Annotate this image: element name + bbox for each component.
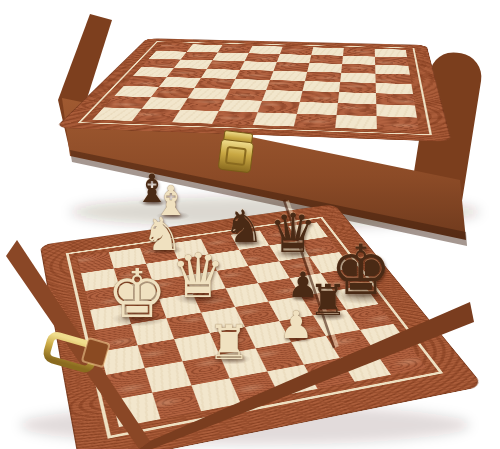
light-square [376,83,413,94]
dark-square [304,358,355,389]
chess-set-product-photo: ♝♝♞♞♛♚♛♟♜♚♟♜ [0,0,500,449]
light-square [313,310,360,336]
dark-square [152,385,201,419]
closed-box-lid [55,38,452,142]
light-square [340,351,391,381]
light-square [100,345,144,375]
dark-square [230,371,280,403]
light-square [291,336,340,365]
dark-square [151,87,195,99]
dark-square [339,82,376,93]
dark-square [326,330,375,358]
dark-square [95,324,138,352]
light-square [376,104,417,117]
dark-square [132,109,180,123]
dark-square [182,355,229,386]
light-square [114,86,159,98]
dark-square [305,72,341,82]
lid-checkerboard [55,38,452,142]
dark-square [138,339,183,368]
dark-square [294,114,337,128]
light-square [253,112,297,126]
light-square [174,333,219,361]
dark-square [375,74,411,85]
dark-square [212,111,257,125]
dark-square [106,368,152,400]
light-square [159,77,201,88]
lid-grid [93,44,420,131]
dark-square [180,98,225,111]
light-square [188,88,231,100]
black-bishop-c8: ♝ [135,169,170,208]
light-square [335,115,377,129]
dark-square [124,76,167,87]
light-square [93,107,142,121]
light-square [131,318,174,345]
dark-square [225,89,267,101]
light-square [267,365,317,397]
light-square [219,348,267,378]
dark-square [258,101,300,114]
light-square [90,304,131,330]
dark-square [256,342,304,371]
light-square [340,73,375,83]
dark-square [300,91,339,103]
dark-square [104,96,151,109]
brass-clasp [218,130,255,173]
dark-square [210,327,256,355]
dark-square [166,313,210,339]
piece-shadow [156,211,190,220]
light-square [262,90,302,102]
light-square [360,324,409,352]
dark-square [375,345,427,375]
dark-square [279,315,326,342]
light-square [112,393,160,428]
light-square [191,378,240,411]
dark-square [376,93,415,105]
board-grid [77,222,427,427]
dark-square [346,304,393,330]
light-square [145,361,192,392]
white-bishop-d8: ♝ [153,181,190,222]
dark-square [266,80,305,91]
light-square [172,110,219,124]
dark-square [337,103,377,116]
light-square [201,307,245,333]
dark-square [377,116,420,130]
open-chess-board [40,204,484,449]
light-square [219,100,262,113]
board-surface [40,204,484,449]
light-square [302,81,340,92]
light-square [245,321,291,348]
dark-square [195,78,236,89]
light-square [297,102,338,115]
light-square [338,92,376,104]
piece-shadow [138,198,170,207]
light-square [230,79,270,90]
light-square [142,97,188,110]
